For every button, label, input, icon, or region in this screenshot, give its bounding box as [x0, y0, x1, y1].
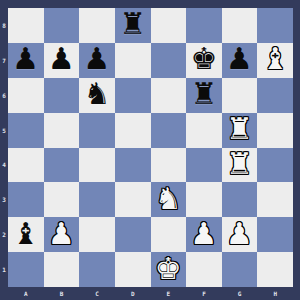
square-f8[interactable] — [186, 8, 222, 43]
piece-black-pawn[interactable]: ♟ — [84, 44, 111, 74]
square-b1[interactable] — [44, 252, 80, 287]
square-d1[interactable] — [115, 252, 151, 287]
square-b3[interactable] — [44, 182, 80, 217]
square-e6[interactable] — [151, 78, 187, 113]
square-c2[interactable] — [79, 217, 115, 252]
square-b7[interactable]: ♟ — [44, 43, 80, 78]
square-a8[interactable] — [8, 8, 44, 43]
file-label-d: D — [115, 287, 151, 300]
square-c5[interactable] — [79, 113, 115, 148]
file-labels: ABCDEFGH — [8, 287, 293, 300]
square-a6[interactable] — [8, 78, 44, 113]
square-f4[interactable] — [186, 148, 222, 183]
square-f5[interactable] — [186, 113, 222, 148]
square-b2[interactable]: ♟ — [44, 217, 80, 252]
piece-black-rook[interactable]: ♜ — [119, 9, 146, 39]
square-a1[interactable] — [8, 252, 44, 287]
square-f6[interactable]: ♜ — [186, 78, 222, 113]
square-e4[interactable] — [151, 148, 187, 183]
square-e7[interactable] — [151, 43, 187, 78]
square-d5[interactable] — [115, 113, 151, 148]
file-label-e: E — [151, 287, 187, 300]
piece-white-rook[interactable]: ♜ — [226, 114, 253, 144]
piece-white-rook[interactable]: ♜ — [226, 149, 253, 179]
chess-board-frame: 87654321 ♜♟♟♟♚♟♝♞♜♜♜♞♝♟♟♟♚ ABCDEFGH — [0, 0, 300, 300]
rank-labels: 87654321 — [0, 8, 8, 287]
square-c6[interactable]: ♞ — [79, 78, 115, 113]
piece-white-pawn[interactable]: ♟ — [190, 219, 217, 249]
square-h1[interactable] — [257, 252, 293, 287]
square-f1[interactable] — [186, 252, 222, 287]
square-e2[interactable] — [151, 217, 187, 252]
square-a7[interactable]: ♟ — [8, 43, 44, 78]
piece-black-pawn[interactable]: ♟ — [48, 44, 75, 74]
square-g7[interactable]: ♟ — [222, 43, 258, 78]
square-f3[interactable] — [186, 182, 222, 217]
piece-white-pawn[interactable]: ♟ — [48, 219, 75, 249]
square-h7[interactable]: ♝ — [257, 43, 293, 78]
square-h5[interactable] — [257, 113, 293, 148]
square-c1[interactable] — [79, 252, 115, 287]
square-h2[interactable] — [257, 217, 293, 252]
file-label-b: B — [44, 287, 80, 300]
piece-white-king[interactable]: ♚ — [155, 254, 182, 284]
square-g6[interactable] — [222, 78, 258, 113]
file-label-g: G — [222, 287, 258, 300]
square-c7[interactable]: ♟ — [79, 43, 115, 78]
rank-label-3: 3 — [0, 182, 8, 217]
square-e5[interactable] — [151, 113, 187, 148]
square-d3[interactable] — [115, 182, 151, 217]
rank-label-1: 1 — [0, 252, 8, 287]
file-label-h: H — [257, 287, 293, 300]
board: ♜♟♟♟♚♟♝♞♜♜♜♞♝♟♟♟♚ — [8, 8, 293, 287]
file-label-c: C — [79, 287, 115, 300]
square-a5[interactable] — [8, 113, 44, 148]
rank-label-8: 8 — [0, 8, 8, 43]
piece-black-pawn[interactable]: ♟ — [12, 44, 39, 74]
square-g1[interactable] — [222, 252, 258, 287]
square-h6[interactable] — [257, 78, 293, 113]
square-f7[interactable]: ♚ — [186, 43, 222, 78]
square-a4[interactable] — [8, 148, 44, 183]
square-h4[interactable] — [257, 148, 293, 183]
piece-white-knight[interactable]: ♞ — [155, 184, 182, 214]
rank-label-5: 5 — [0, 113, 8, 148]
square-h8[interactable] — [257, 8, 293, 43]
piece-white-pawn[interactable]: ♟ — [226, 219, 253, 249]
rank-label-4: 4 — [0, 148, 8, 183]
square-e3[interactable]: ♞ — [151, 182, 187, 217]
square-g2[interactable]: ♟ — [222, 217, 258, 252]
square-g8[interactable] — [222, 8, 258, 43]
piece-white-bishop[interactable]: ♝ — [262, 44, 289, 74]
square-g3[interactable] — [222, 182, 258, 217]
piece-black-pawn[interactable]: ♟ — [226, 44, 253, 74]
square-a3[interactable] — [8, 182, 44, 217]
rank-label-2: 2 — [0, 217, 8, 252]
square-b4[interactable] — [44, 148, 80, 183]
piece-black-king[interactable]: ♚ — [190, 44, 217, 74]
square-a2[interactable]: ♝ — [8, 217, 44, 252]
square-e1[interactable]: ♚ — [151, 252, 187, 287]
square-b8[interactable] — [44, 8, 80, 43]
square-b6[interactable] — [44, 78, 80, 113]
file-label-a: A — [8, 287, 44, 300]
square-d7[interactable] — [115, 43, 151, 78]
square-d2[interactable] — [115, 217, 151, 252]
square-c4[interactable] — [79, 148, 115, 183]
square-h3[interactable] — [257, 182, 293, 217]
file-label-f: F — [186, 287, 222, 300]
piece-black-bishop[interactable]: ♝ — [12, 219, 39, 249]
square-b5[interactable] — [44, 113, 80, 148]
square-d4[interactable] — [115, 148, 151, 183]
rank-label-6: 6 — [0, 78, 8, 113]
piece-black-knight[interactable]: ♞ — [84, 79, 111, 109]
square-e8[interactable] — [151, 8, 187, 43]
square-c8[interactable] — [79, 8, 115, 43]
square-g4[interactable]: ♜ — [222, 148, 258, 183]
square-g5[interactable]: ♜ — [222, 113, 258, 148]
square-c3[interactable] — [79, 182, 115, 217]
rank-label-7: 7 — [0, 43, 8, 78]
square-f2[interactable]: ♟ — [186, 217, 222, 252]
piece-black-rook[interactable]: ♜ — [190, 79, 217, 109]
square-d8[interactable]: ♜ — [115, 8, 151, 43]
square-d6[interactable] — [115, 78, 151, 113]
